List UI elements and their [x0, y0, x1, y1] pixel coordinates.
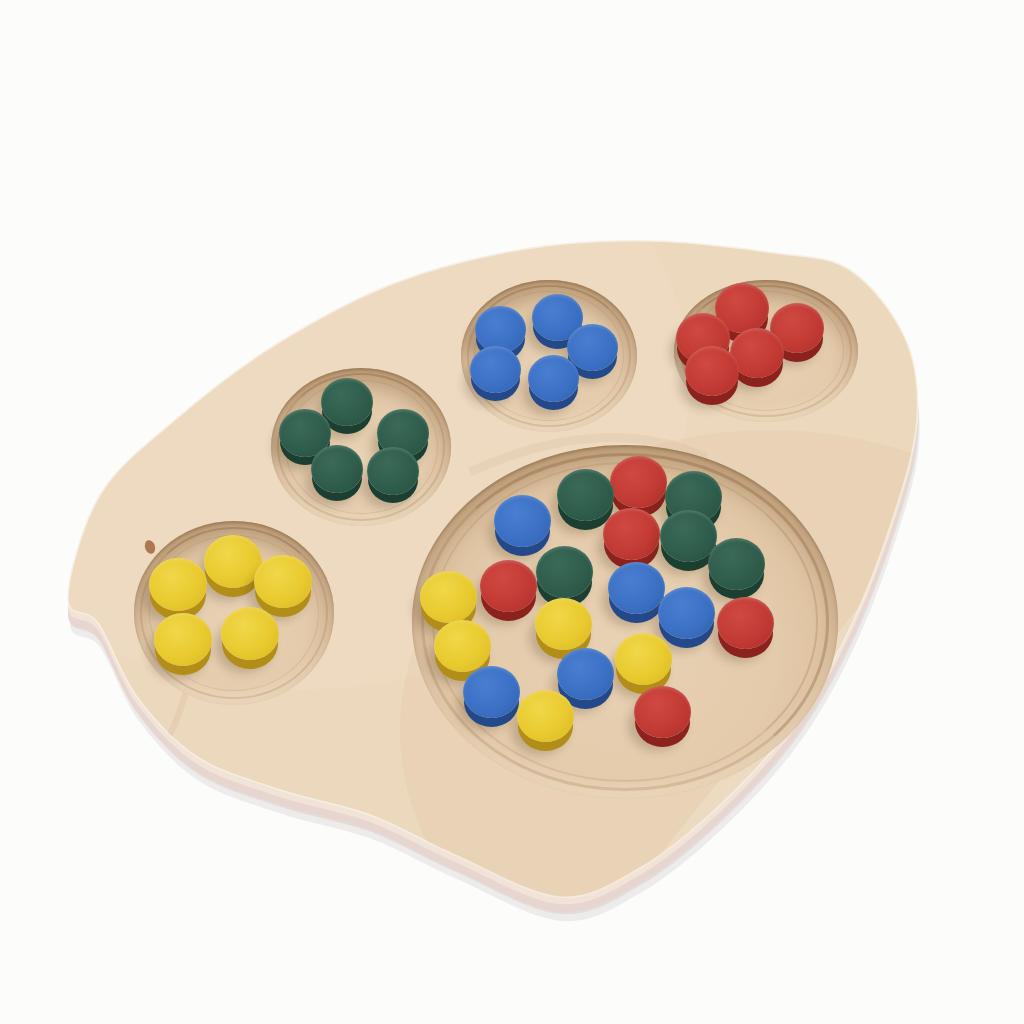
disc-yellow[interactable] — [535, 598, 592, 650]
disc-green[interactable] — [321, 378, 373, 426]
disc-blue[interactable] — [470, 346, 521, 393]
disc-yellow[interactable] — [615, 633, 672, 685]
disc-blue[interactable] — [567, 324, 618, 371]
disc-yellow[interactable] — [149, 558, 207, 611]
disc-blue[interactable] — [463, 666, 520, 718]
disc-red[interactable] — [603, 508, 660, 560]
disc-red[interactable] — [480, 560, 537, 612]
disc-green[interactable] — [367, 447, 419, 495]
disc-blue[interactable] — [658, 587, 715, 639]
disc-yellow[interactable] — [221, 607, 279, 660]
disc-red[interactable] — [685, 346, 739, 396]
disc-green[interactable] — [557, 469, 614, 521]
disc-yellow[interactable] — [434, 620, 491, 672]
pits-and-discs-layer — [0, 0, 1024, 1024]
disc-blue[interactable] — [494, 495, 551, 547]
disc-green[interactable] — [311, 445, 363, 493]
disc-green[interactable] — [660, 510, 717, 562]
disc-blue[interactable] — [528, 355, 579, 402]
disc-yellow[interactable] — [254, 555, 312, 608]
disc-yellow[interactable] — [420, 571, 477, 623]
disc-blue[interactable] — [608, 562, 665, 614]
disc-blue[interactable] — [557, 648, 614, 700]
scene — [0, 0, 1024, 1024]
disc-red[interactable] — [610, 456, 667, 508]
disc-red[interactable] — [634, 686, 691, 738]
disc-green[interactable] — [536, 546, 593, 598]
disc-yellow[interactable] — [154, 613, 212, 666]
disc-yellow[interactable] — [517, 690, 574, 742]
disc-green[interactable] — [708, 538, 765, 590]
disc-red[interactable] — [717, 597, 774, 649]
